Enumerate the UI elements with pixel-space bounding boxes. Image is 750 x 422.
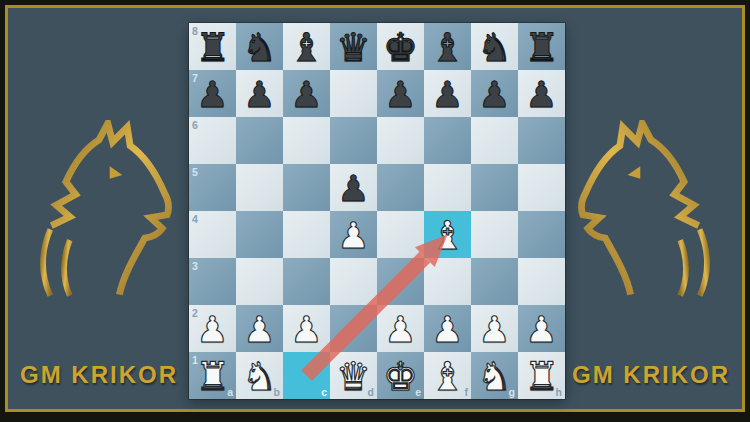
square-b4[interactable]: [236, 211, 283, 258]
stage: GM KRIKOR GM KRIKOR 8♜♞♝♛♚♝♞♜7♟♟♟♟♟♟♟65♟…: [0, 0, 750, 422]
piece-white-pawn[interactable]: ♟: [283, 305, 330, 352]
piece-white-pawn[interactable]: ♟: [377, 305, 424, 352]
square-a5[interactable]: 5: [189, 164, 236, 211]
square-a4[interactable]: 4: [189, 211, 236, 258]
piece-black-pawn[interactable]: ♟: [377, 70, 424, 117]
file-label-c: c: [321, 386, 327, 398]
square-c8[interactable]: ♝: [283, 23, 330, 70]
piece-white-pawn[interactable]: ♟: [330, 211, 377, 258]
square-e1[interactable]: e♚: [377, 352, 424, 399]
square-f3[interactable]: [424, 258, 471, 305]
square-e2[interactable]: ♟: [377, 305, 424, 352]
square-g5[interactable]: [471, 164, 518, 211]
square-h6[interactable]: [518, 117, 565, 164]
piece-white-pawn[interactable]: ♟: [518, 305, 565, 352]
square-d1[interactable]: d♛: [330, 352, 377, 399]
square-a3[interactable]: 3: [189, 258, 236, 305]
square-g4[interactable]: [471, 211, 518, 258]
square-a6[interactable]: 6: [189, 117, 236, 164]
square-h4[interactable]: [518, 211, 565, 258]
square-f2[interactable]: ♟: [424, 305, 471, 352]
square-f4[interactable]: ♝: [424, 211, 471, 258]
piece-white-king[interactable]: ♚: [377, 352, 424, 399]
piece-black-rook[interactable]: ♜: [189, 23, 236, 70]
square-e4[interactable]: [377, 211, 424, 258]
square-c4[interactable]: [283, 211, 330, 258]
piece-white-knight[interactable]: ♞: [471, 352, 518, 399]
square-h8[interactable]: ♜: [518, 23, 565, 70]
square-c1[interactable]: c: [283, 352, 330, 399]
square-b8[interactable]: ♞: [236, 23, 283, 70]
piece-black-pawn[interactable]: ♟: [189, 70, 236, 117]
square-b7[interactable]: ♟: [236, 70, 283, 117]
square-c3[interactable]: [283, 258, 330, 305]
rank-label-5: 5: [192, 166, 198, 178]
square-f1[interactable]: f♝: [424, 352, 471, 399]
rank-label-3: 3: [192, 260, 198, 272]
square-a8[interactable]: 8♜: [189, 23, 236, 70]
square-f8[interactable]: ♝: [424, 23, 471, 70]
square-b2[interactable]: ♟: [236, 305, 283, 352]
piece-black-pawn[interactable]: ♟: [518, 70, 565, 117]
piece-black-knight[interactable]: ♞: [471, 23, 518, 70]
piece-black-pawn[interactable]: ♟: [330, 164, 377, 211]
square-e5[interactable]: [377, 164, 424, 211]
knight-logo-right: [578, 120, 724, 298]
square-h5[interactable]: [518, 164, 565, 211]
brand-text-right: GM KRIKOR: [571, 360, 731, 390]
piece-black-pawn[interactable]: ♟: [236, 70, 283, 117]
square-f5[interactable]: [424, 164, 471, 211]
square-a7[interactable]: 7♟: [189, 70, 236, 117]
logo-eye: [628, 166, 641, 179]
knight-logo-left: [26, 120, 172, 298]
piece-white-bishop[interactable]: ♝: [424, 211, 471, 258]
square-c7[interactable]: ♟: [283, 70, 330, 117]
piece-white-rook[interactable]: ♜: [518, 352, 565, 399]
chess-board: 8♜♞♝♛♚♝♞♜7♟♟♟♟♟♟♟65♟4♟♝32♟♟♟♟♟♟♟1a♜b♞cd♛…: [189, 23, 565, 399]
piece-white-pawn[interactable]: ♟: [424, 305, 471, 352]
square-c6[interactable]: [283, 117, 330, 164]
square-b6[interactable]: [236, 117, 283, 164]
piece-white-queen[interactable]: ♛: [330, 352, 377, 399]
square-g1[interactable]: g♞: [471, 352, 518, 399]
piece-black-king[interactable]: ♚: [377, 23, 424, 70]
square-c2[interactable]: ♟: [283, 305, 330, 352]
square-b5[interactable]: [236, 164, 283, 211]
square-e6[interactable]: [377, 117, 424, 164]
piece-white-bishop[interactable]: ♝: [424, 352, 471, 399]
square-d7[interactable]: [330, 70, 377, 117]
square-d8[interactable]: ♛: [330, 23, 377, 70]
square-h3[interactable]: [518, 258, 565, 305]
square-h7[interactable]: ♟: [518, 70, 565, 117]
piece-white-pawn[interactable]: ♟: [236, 305, 283, 352]
square-b3[interactable]: [236, 258, 283, 305]
square-g8[interactable]: ♞: [471, 23, 518, 70]
piece-black-bishop[interactable]: ♝: [424, 23, 471, 70]
piece-white-pawn[interactable]: ♟: [189, 305, 236, 352]
square-e7[interactable]: ♟: [377, 70, 424, 117]
square-f6[interactable]: [424, 117, 471, 164]
square-b1[interactable]: b♞: [236, 352, 283, 399]
rank-label-4: 4: [192, 213, 198, 225]
square-h2[interactable]: ♟: [518, 305, 565, 352]
square-g2[interactable]: ♟: [471, 305, 518, 352]
piece-black-pawn[interactable]: ♟: [283, 70, 330, 117]
square-e3[interactable]: [377, 258, 424, 305]
square-g6[interactable]: [471, 117, 518, 164]
rank-label-6: 6: [192, 119, 198, 131]
piece-black-knight[interactable]: ♞: [236, 23, 283, 70]
piece-black-bishop[interactable]: ♝: [283, 23, 330, 70]
square-h1[interactable]: h♜: [518, 352, 565, 399]
piece-black-pawn[interactable]: ♟: [424, 70, 471, 117]
piece-black-pawn[interactable]: ♟: [471, 70, 518, 117]
square-d4[interactable]: ♟: [330, 211, 377, 258]
piece-white-rook[interactable]: ♜: [189, 352, 236, 399]
square-d2[interactable]: [330, 305, 377, 352]
square-g7[interactable]: ♟: [471, 70, 518, 117]
brand-text-left: GM KRIKOR: [19, 360, 179, 390]
square-a2[interactable]: 2♟: [189, 305, 236, 352]
piece-white-pawn[interactable]: ♟: [471, 305, 518, 352]
piece-black-queen[interactable]: ♛: [330, 23, 377, 70]
square-f7[interactable]: ♟: [424, 70, 471, 117]
square-d6[interactable]: [330, 117, 377, 164]
piece-white-knight[interactable]: ♞: [236, 352, 283, 399]
piece-black-rook[interactable]: ♜: [518, 23, 565, 70]
logo-eye: [110, 166, 123, 179]
square-d3[interactable]: [330, 258, 377, 305]
square-e8[interactable]: ♚: [377, 23, 424, 70]
square-d5[interactable]: ♟: [330, 164, 377, 211]
square-c5[interactable]: [283, 164, 330, 211]
square-a1[interactable]: 1a♜: [189, 352, 236, 399]
square-g3[interactable]: [471, 258, 518, 305]
